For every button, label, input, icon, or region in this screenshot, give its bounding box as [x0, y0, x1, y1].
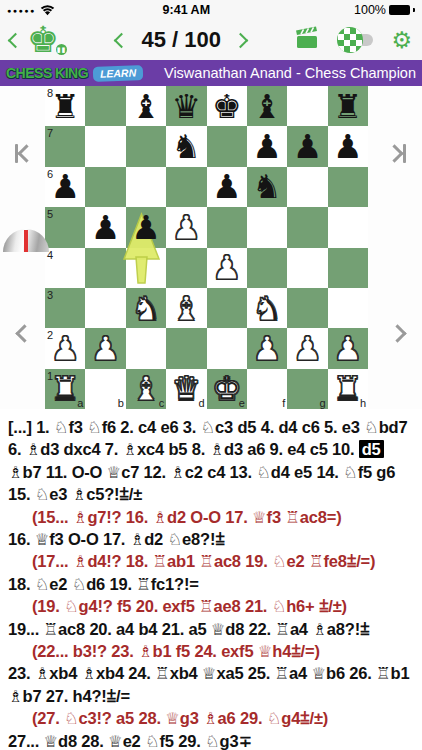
square-a5[interactable]: 5: [45, 207, 85, 247]
file-label-h: h: [360, 397, 366, 409]
square-e7[interactable]: [207, 126, 247, 166]
current-move-highlight[interactable]: d5: [359, 440, 384, 458]
square-c3[interactable]: ♞: [126, 288, 166, 328]
black-pawn-b5[interactable]: ♟: [91, 211, 121, 244]
square-c1[interactable]: c♝: [126, 369, 166, 409]
variation-paragraph[interactable]: (17... ♗d4!? 18. ♖ab1 ♖ac8 19. ♘e2 ♖fe8⩲…: [8, 550, 414, 572]
rank-label-2: 2: [47, 329, 53, 341]
black-rook-a8[interactable]: ♜: [50, 90, 80, 123]
board-view-toggle[interactable]: [337, 27, 375, 53]
white-knight-f3[interactable]: ♞: [252, 292, 282, 325]
black-knight-f6[interactable]: ♞: [252, 170, 282, 203]
variation-paragraph[interactable]: (22... b3!? 23. ♗b1 f5 24. exf5 ♕h4⩲/=): [8, 640, 414, 662]
white-bishop-d3[interactable]: ♝: [172, 292, 202, 325]
white-pawn-f2[interactable]: ♟: [252, 332, 282, 365]
square-b8[interactable]: [85, 86, 125, 126]
square-e1[interactable]: e♚: [207, 369, 247, 409]
square-a4[interactable]: 4: [45, 248, 85, 288]
white-knight-c3[interactable]: ♞: [131, 292, 161, 325]
white-pawn-b2[interactable]: ♟: [91, 332, 121, 365]
black-bishop-f8[interactable]: ♝: [252, 90, 282, 123]
square-h3[interactable]: [328, 288, 368, 328]
square-b1[interactable]: b: [85, 369, 125, 409]
course-title: Viswanathan Anand - Chess Champion: [148, 65, 416, 81]
variation-paragraph[interactable]: (19. ♘g4!? f5 20. exf5 ♖ae8 21. ♘h6+ ⩲/±…: [8, 595, 414, 617]
square-g8[interactable]: [287, 86, 327, 126]
square-f7[interactable]: ♟: [247, 126, 287, 166]
square-a1[interactable]: 1a♜: [45, 369, 85, 409]
square-b7[interactable]: [85, 126, 125, 166]
variation-paragraph[interactable]: (27. ♘c3!? a5 28. ♕g3 ♗a6 29. ♘g4⩲/±): [8, 707, 414, 729]
mainline-paragraph[interactable]: 27... ♕d8 28. ♕e2 ♘f5 29. ♘g3∓: [8, 730, 414, 750]
file-label-g: g: [320, 397, 326, 409]
black-rook-h8[interactable]: ♜: [333, 90, 363, 123]
square-h8[interactable]: ♜: [328, 86, 368, 126]
chess-board: 8♜♝♛♚♝♜7♞♟♟♟6♟♟♞5♟♟♟4♟3♞♝♞2♟♟♟♟♟1a♜bc♝d♛…: [45, 86, 368, 409]
square-e2[interactable]: [207, 328, 247, 368]
skip-to-start-button[interactable]: [15, 144, 33, 163]
square-h5[interactable]: [328, 207, 368, 247]
square-f5[interactable]: [247, 207, 287, 247]
moves-notation: [...] 1. ♘f3 ♘f6 2. c4 e6 3. ♘c3 d5 4. d…: [0, 409, 422, 750]
gear-icon[interactable]: ⚙: [391, 28, 412, 52]
gauge-needle: [24, 230, 28, 252]
square-f1[interactable]: f: [247, 369, 287, 409]
course-banner: CHESS KING LEARN Viswanathan Anand - Che…: [0, 60, 422, 86]
white-king-e1[interactable]: ♚: [212, 372, 242, 405]
black-king-e8[interactable]: ♚: [212, 90, 242, 123]
mainline-paragraph[interactable]: 23. ♗xb4 ♗xb4 24. ♖xb4 ♕xa5 25. ♖a4 ♕b6 …: [8, 662, 414, 707]
prev-move-button[interactable]: [18, 326, 31, 344]
black-queen-d8[interactable]: ♛: [172, 90, 202, 123]
rank-label-7: 7: [47, 127, 53, 139]
square-d1[interactable]: d♛: [166, 369, 206, 409]
rank-label-6: 6: [47, 168, 53, 180]
white-pawn-h2[interactable]: ♟: [333, 332, 363, 365]
evaluation-gauge: [3, 229, 49, 252]
white-rook-a1[interactable]: ♜: [50, 372, 80, 405]
rank-label-5: 5: [47, 208, 53, 220]
square-f3[interactable]: ♞: [247, 288, 287, 328]
rank-label-8: 8: [47, 87, 53, 99]
position-counter: 45 / 100: [141, 27, 221, 53]
rank-label-1: 1: [47, 370, 53, 382]
square-d6[interactable]: [166, 167, 206, 207]
file-label-e: e: [239, 397, 245, 409]
square-g5[interactable]: [287, 207, 327, 247]
black-knight-d7[interactable]: ♞: [172, 130, 202, 163]
chess-king-logo: CHESS KING: [6, 65, 88, 81]
square-c6[interactable]: [126, 167, 166, 207]
square-a8[interactable]: 8♜: [45, 86, 85, 126]
square-e4[interactable]: ♟: [207, 248, 247, 288]
square-d3[interactable]: ♝: [166, 288, 206, 328]
battery-percent: 100%: [354, 3, 386, 17]
white-bishop-c1[interactable]: ♝: [131, 372, 161, 405]
square-h7[interactable]: ♟: [328, 126, 368, 166]
square-h2[interactable]: ♟: [328, 328, 368, 368]
square-g4[interactable]: [287, 248, 327, 288]
white-pawn-a2[interactable]: ♟: [50, 332, 80, 365]
square-c7[interactable]: [126, 126, 166, 166]
white-pawn-g2[interactable]: ♟: [293, 332, 323, 365]
white-rook-h1[interactable]: ♜: [333, 372, 363, 405]
square-e8[interactable]: ♚: [207, 86, 247, 126]
square-h4[interactable]: [328, 248, 368, 288]
square-a7[interactable]: 7: [45, 126, 85, 166]
square-d8[interactable]: ♛: [166, 86, 206, 126]
square-e3[interactable]: [207, 288, 247, 328]
back-chevron-icon[interactable]: [8, 32, 24, 48]
clock-time: 9:41 AM: [19, 3, 354, 17]
square-a3[interactable]: 3: [45, 288, 85, 328]
file-label-d: d: [198, 397, 204, 409]
prev-position-chevron[interactable]: [114, 32, 130, 48]
learn-badge: LEARN: [93, 65, 144, 82]
black-bishop-c8[interactable]: ♝: [131, 90, 161, 123]
next-move-button[interactable]: [391, 326, 404, 344]
black-pawn-c5[interactable]: ♟: [131, 211, 161, 244]
square-f6[interactable]: ♞: [247, 167, 287, 207]
mainline-paragraph[interactable]: 18. ♘e2 ♘d6 19. ♖fc1?!=: [8, 573, 414, 595]
battery-icon: [389, 5, 410, 15]
status-bar: ●●●●● 9:41 AM 100%: [0, 0, 422, 20]
square-f2[interactable]: ♟: [247, 328, 287, 368]
variation-paragraph[interactable]: (15... ♗g7!? 16. ♗d2 O-O 17. ♕f3 ♖ac8=): [8, 506, 414, 528]
square-h6[interactable]: [328, 167, 368, 207]
square-g1[interactable]: g: [287, 369, 327, 409]
square-g7[interactable]: ♟: [287, 126, 327, 166]
square-d2[interactable]: [166, 328, 206, 368]
board-section: 8♜♝♛♚♝♜7♞♟♟♟6♟♟♞5♟♟♟4♟3♞♝♞2♟♟♟♟♟1a♜bc♝d♛…: [0, 86, 422, 409]
square-b4[interactable]: [85, 248, 125, 288]
white-pawn-d5[interactable]: ♟: [172, 211, 202, 244]
white-pawn-e4[interactable]: ♟: [212, 251, 242, 284]
checkerboard-icon: [337, 27, 363, 53]
black-pawn-g7[interactable]: ♟: [293, 130, 323, 163]
mainline-paragraph[interactable]: 16. ♕f3 O-O 17. ♗d2 ♘e8?!⩲: [8, 528, 414, 550]
square-d5[interactable]: ♟: [166, 207, 206, 247]
square-g6[interactable]: [287, 167, 327, 207]
black-pawn-e6[interactable]: ♟: [212, 170, 242, 203]
square-h1[interactable]: h♜: [328, 369, 368, 409]
square-d7[interactable]: ♞: [166, 126, 206, 166]
file-label-a: a: [77, 397, 83, 409]
next-position-chevron[interactable]: [233, 32, 249, 48]
square-f4[interactable]: [247, 248, 287, 288]
learn-badge-icon: ▮▮: [54, 42, 69, 57]
square-g3[interactable]: [287, 288, 327, 328]
skip-to-end-button[interactable]: [388, 144, 406, 163]
square-b3[interactable]: [85, 288, 125, 328]
square-b2[interactable]: ♟: [85, 328, 125, 368]
square-d4[interactable]: [166, 248, 206, 288]
square-f8[interactable]: ♝: [247, 86, 287, 126]
white-queen-d1[interactable]: ♛: [172, 372, 202, 405]
square-b5[interactable]: ♟: [85, 207, 125, 247]
mainline-paragraph[interactable]: [...] 1. ♘f3 ♘f6 2. c4 e6 3. ♘c3 d5 4. d…: [8, 416, 414, 506]
clapperboard-icon[interactable]: [295, 26, 321, 54]
square-e5[interactable]: [207, 207, 247, 247]
rank-label-3: 3: [47, 289, 53, 301]
square-e6[interactable]: ♟: [207, 167, 247, 207]
app-king-logo[interactable]: ♚ ▮▮: [27, 21, 67, 59]
file-label-c: c: [159, 397, 165, 409]
square-c5[interactable]: ♟: [126, 207, 166, 247]
square-a6[interactable]: 6♟: [45, 167, 85, 207]
square-c8[interactable]: ♝: [126, 86, 166, 126]
black-pawn-f7[interactable]: ♟: [252, 130, 282, 163]
mainline-paragraph[interactable]: 19... ♖ac8 20. a4 b4 21. a5 ♕d8 22. ♖a4 …: [8, 618, 414, 640]
square-c2[interactable]: [126, 328, 166, 368]
black-pawn-h7[interactable]: ♟: [333, 130, 363, 163]
square-b6[interactable]: [85, 167, 125, 207]
file-label-b: b: [118, 397, 124, 409]
square-a2[interactable]: 2♟: [45, 328, 85, 368]
file-label-f: f: [282, 397, 285, 409]
rank-label-4: 4: [47, 249, 53, 261]
square-g2[interactable]: ♟: [287, 328, 327, 368]
black-pawn-a6[interactable]: ♟: [50, 170, 80, 203]
navigation-bar: ♚ ▮▮ 45 / 100: [0, 20, 422, 60]
